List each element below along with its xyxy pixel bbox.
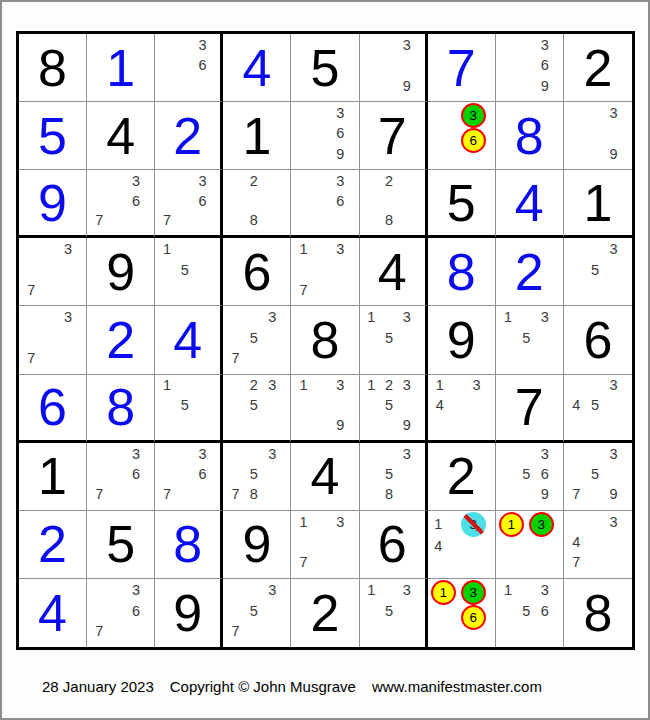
candidate-slot-1: 1 — [363, 376, 381, 396]
candidate-1-circled-yellow: 1 — [499, 512, 524, 537]
cell-r5c9[interactable]: 6 — [564, 306, 632, 374]
candidate-slot-1 — [90, 171, 108, 191]
given-digit: 2 — [583, 42, 612, 94]
candidate-slot-6 — [398, 328, 416, 348]
candidate-slot-7: 7 — [22, 280, 40, 300]
candidate-slot-6 — [604, 260, 623, 280]
cell-r8c7[interactable]: 134 — [428, 511, 496, 579]
candidate-5: 5 — [591, 467, 599, 482]
candidate-slot-6 — [263, 191, 281, 211]
candidate-3: 3 — [132, 447, 140, 462]
candidate-3: 3 — [268, 378, 276, 393]
candidate-slot-9 — [331, 211, 349, 231]
candidate-grid: 357 — [226, 307, 281, 368]
candidate-slot-1: 1 — [294, 376, 312, 396]
candidate-slot-7: 7 — [567, 553, 586, 573]
cell-r2c4[interactable]: 1 — [223, 102, 291, 170]
cell-r2c1[interactable]: 5 — [19, 102, 87, 170]
cell-r8c2[interactable]: 5 — [87, 511, 155, 579]
candidate-slot-5: 5 — [245, 328, 263, 348]
candidate-slot-1 — [567, 376, 586, 396]
candidate-slot-7 — [363, 76, 381, 96]
candidate-1: 1 — [163, 242, 171, 257]
candidate-slot-4 — [158, 260, 176, 280]
cell-r4c9[interactable]: 35 — [564, 238, 632, 306]
given-digit: 4 — [106, 110, 135, 162]
candidate-slot-8 — [446, 153, 461, 164]
candidate-slot-4 — [158, 464, 176, 484]
candidate-slot-3: 3 — [398, 35, 416, 55]
candidate-slot-3: 3 — [461, 103, 486, 128]
candidate-slot-4 — [226, 395, 244, 415]
candidate-slot-9 — [59, 348, 77, 368]
candidate-3: 3 — [132, 583, 140, 598]
candidate-slot-3 — [194, 376, 212, 396]
candidate-slot-5 — [176, 464, 194, 484]
cell-r5c4[interactable]: 357 — [223, 306, 291, 374]
candidate-slot-2: 2 — [245, 376, 263, 396]
candidate-slot-6: 6 — [331, 123, 349, 143]
cell-r7c1[interactable]: 1 — [19, 443, 87, 511]
candidate-5: 5 — [250, 604, 258, 619]
cell-r6c1[interactable]: 6 — [19, 375, 87, 443]
candidate-slot-5 — [40, 328, 58, 348]
candidate-slot-3: 3 — [127, 444, 145, 464]
solved-digit: 4 — [38, 587, 67, 639]
candidate-slot-6 — [604, 532, 623, 552]
cell-r3c2[interactable]: 367 — [87, 170, 155, 238]
candidate-grid: 1356 — [499, 580, 554, 642]
candidate-slot-5: 5 — [586, 395, 605, 415]
candidate-5: 5 — [250, 331, 258, 346]
candidate-slot-3: 3 — [536, 444, 554, 464]
cell-r4c6[interactable]: 4 — [360, 238, 428, 306]
candidate-slot-8 — [380, 76, 398, 96]
candidate-grid: 137 — [294, 239, 349, 300]
candidate-slot-2 — [586, 376, 605, 396]
candidate-slot-3: 3 — [263, 307, 281, 327]
candidate-slot-5 — [40, 260, 58, 280]
cell-r4c7[interactable]: 8 — [428, 238, 496, 306]
candidate-slot-2 — [517, 307, 535, 327]
candidate-slot-9 — [604, 280, 623, 300]
cell-r9c9[interactable]: 8 — [564, 579, 632, 647]
cell-r4c4[interactable]: 6 — [223, 238, 291, 306]
candidate-slot-3: 3 — [398, 376, 416, 396]
cell-r6c2[interactable]: 8 — [87, 375, 155, 443]
candidate-slot-8 — [517, 484, 535, 504]
candidate-slot-9 — [536, 621, 554, 642]
cell-r3c3[interactable]: 367 — [155, 170, 223, 238]
candidate-slot-7 — [294, 415, 312, 435]
given-digit: 4 — [311, 450, 340, 502]
candidate-slot-8 — [245, 415, 263, 435]
candidate-slot-3: 3 — [127, 171, 145, 191]
candidate-slot-7 — [294, 144, 312, 164]
cell-r1c3[interactable]: 36 — [155, 34, 223, 102]
candidate-slot-8 — [176, 484, 194, 504]
candidate-slot-9 — [127, 484, 145, 504]
cell-r9c3[interactable]: 9 — [155, 579, 223, 647]
candidate-grid: 135 — [363, 580, 416, 642]
candidate-slot-3: 3 — [59, 239, 77, 259]
cell-r1c2[interactable]: 1 — [87, 34, 155, 102]
solved-digit: 4 — [515, 177, 544, 229]
candidate-slot-8 — [586, 553, 605, 573]
cell-r6c6[interactable]: 12359 — [360, 375, 428, 443]
candidate-slot-1: 1 — [431, 376, 449, 396]
candidate-slot-9: 9 — [398, 76, 416, 96]
candidate-slot-9 — [194, 280, 212, 300]
cell-r4c1[interactable]: 37 — [19, 238, 87, 306]
candidate-slot-8 — [586, 144, 605, 164]
candidate-grid: 37 — [22, 307, 77, 368]
candidate-slot-3: 3 — [461, 512, 486, 537]
candidate-slot-1 — [158, 35, 176, 55]
candidate-slot-1: 1 — [499, 580, 517, 601]
cell-r4c3[interactable]: 15 — [155, 238, 223, 306]
candidate-slot-7: 7 — [294, 553, 312, 573]
given-digit: 6 — [378, 518, 407, 570]
candidate-slot-9: 9 — [331, 415, 349, 435]
cell-r8c1[interactable]: 2 — [19, 511, 87, 579]
candidate-grid: 345 — [567, 376, 623, 435]
cell-r7c2[interactable]: 367 — [87, 443, 155, 511]
candidate-slot-2 — [176, 239, 194, 259]
candidate-slot-2 — [245, 307, 263, 327]
candidate-slot-8 — [245, 348, 263, 368]
candidate-slot-1 — [226, 580, 244, 601]
candidate-slot-2 — [313, 103, 331, 123]
candidate-7: 7 — [300, 555, 308, 570]
given-digit: 9 — [173, 587, 202, 639]
candidate-slot-4 — [499, 601, 517, 622]
candidate-slot-2 — [108, 580, 126, 601]
candidate-grid: 137 — [294, 512, 349, 573]
candidate-1: 1 — [300, 242, 308, 257]
cell-r3c1[interactable]: 9 — [19, 170, 87, 238]
cell-r8c8[interactable]: 13 — [496, 511, 564, 579]
candidate-slot-4 — [226, 464, 244, 484]
solved-digit: 6 — [38, 381, 67, 433]
candidate-slot-1 — [90, 444, 108, 464]
solved-digit: 2 — [515, 246, 544, 298]
cell-r6c9[interactable]: 345 — [564, 375, 632, 443]
candidate-slot-8: 8 — [245, 211, 263, 231]
cell-r2c7[interactable]: 36 — [428, 102, 496, 170]
candidate-slot-3: 3 — [604, 376, 623, 396]
candidate-8: 8 — [385, 487, 393, 502]
candidate-slot-5 — [449, 395, 467, 415]
candidate-slot-9 — [461, 555, 486, 573]
cell-r7c8[interactable]: 3569 — [496, 443, 564, 511]
candidate-slot-4 — [22, 328, 40, 348]
candidate-slot-4 — [158, 55, 176, 75]
candidate-slot-1 — [567, 239, 586, 259]
candidate-slot-4 — [363, 328, 381, 348]
candidate-slot-9 — [263, 621, 281, 642]
candidate-slot-9: 9 — [604, 144, 623, 164]
cell-r5c1[interactable]: 37 — [19, 306, 87, 374]
candidate-slot-8 — [586, 484, 605, 504]
candidate-1: 1 — [300, 378, 308, 393]
candidate-slot-2 — [449, 376, 467, 396]
cell-r3c7[interactable]: 5 — [428, 170, 496, 238]
candidate-9: 9 — [541, 487, 549, 502]
candidate-slot-4 — [158, 395, 176, 415]
given-digit: 1 — [583, 177, 612, 229]
candidate-6: 6 — [336, 194, 344, 209]
cell-r2c3[interactable]: 2 — [155, 102, 223, 170]
footer-caption: 28 January 2023 Copyright © John Musgrav… — [42, 678, 542, 695]
candidate-slot-4 — [567, 464, 586, 484]
candidate-6: 6 — [198, 58, 206, 73]
cell-r6c8[interactable]: 7 — [496, 375, 564, 443]
cell-r3c6[interactable]: 28 — [360, 170, 428, 238]
candidate-slot-6 — [529, 537, 554, 555]
candidate-slot-6: 6 — [127, 464, 145, 484]
candidate-slot-5: 5 — [380, 395, 398, 415]
candidate-slot-9 — [461, 153, 486, 164]
cell-r8c5[interactable]: 137 — [291, 511, 359, 579]
candidate-3-circled-green: 3 — [461, 580, 486, 605]
cell-r5c3[interactable]: 4 — [155, 306, 223, 374]
candidate-slot-5 — [313, 191, 331, 211]
candidate-slot-2 — [517, 580, 535, 601]
candidate-slot-5: 5 — [380, 464, 398, 484]
candidate-slot-9 — [263, 211, 281, 231]
candidate-slot-6: 6 — [536, 55, 554, 75]
candidate-slot-6 — [331, 532, 349, 552]
cell-r8c6[interactable]: 6 — [360, 511, 428, 579]
cell-r9c8[interactable]: 1356 — [496, 579, 564, 647]
candidate-slot-1: 1 — [431, 580, 456, 605]
candidate-7: 7 — [231, 351, 239, 366]
candidate-slot-3: 3 — [194, 444, 212, 464]
cell-r8c3[interactable]: 8 — [155, 511, 223, 579]
candidate-slot-4 — [226, 601, 244, 622]
candidate-3: 3 — [336, 106, 344, 121]
candidate-1: 1 — [434, 517, 442, 532]
cell-r6c5[interactable]: 139 — [291, 375, 359, 443]
candidate-slot-6 — [604, 123, 623, 143]
candidate-2: 2 — [250, 174, 258, 189]
cell-r3c8[interactable]: 4 — [496, 170, 564, 238]
given-digit: 5 — [311, 42, 340, 94]
candidate-slot-3: 3 — [536, 35, 554, 55]
cell-r9c2[interactable]: 367 — [87, 579, 155, 647]
candidate-slot-7 — [431, 153, 446, 164]
candidate-3: 3 — [198, 174, 206, 189]
cell-r9c4[interactable]: 357 — [223, 579, 291, 647]
candidate-slot-1: 1 — [499, 512, 524, 537]
cell-r1c8[interactable]: 369 — [496, 34, 564, 102]
candidate-slot-1 — [226, 376, 244, 396]
cell-r8c9[interactable]: 347 — [564, 511, 632, 579]
candidate-slot-8 — [108, 484, 126, 504]
cell-r2c2[interactable]: 4 — [87, 102, 155, 170]
cell-r9c1[interactable]: 4 — [19, 579, 87, 647]
candidate-grid: 367 — [158, 444, 211, 505]
cell-r7c4[interactable]: 3578 — [223, 443, 291, 511]
cell-r6c4[interactable]: 235 — [223, 375, 291, 443]
candidate-grid: 358 — [363, 444, 416, 505]
candidate-3: 3 — [336, 515, 344, 530]
cell-r7c6[interactable]: 358 — [360, 443, 428, 511]
candidate-slot-2 — [380, 307, 398, 327]
candidate-7: 7 — [95, 213, 103, 228]
candidate-slot-5 — [586, 532, 605, 552]
candidate-slot-4 — [226, 328, 244, 348]
candidate-5: 5 — [591, 398, 599, 413]
candidate-slot-3: 3 — [194, 171, 212, 191]
candidate-slot-2 — [245, 444, 263, 464]
cell-r2c9[interactable]: 39 — [564, 102, 632, 170]
candidate-slot-8 — [517, 76, 535, 96]
cell-r5c5[interactable]: 8 — [291, 306, 359, 374]
cell-r4c5[interactable]: 137 — [291, 238, 359, 306]
candidate-slot-7 — [226, 415, 244, 435]
candidate-slot-3: 3 — [263, 376, 281, 396]
candidate-slot-8 — [176, 211, 194, 231]
candidate-slot-4 — [431, 128, 446, 153]
cell-r7c9[interactable]: 3579 — [564, 443, 632, 511]
candidate-slot-4 — [431, 605, 456, 630]
candidate-slot-1 — [363, 171, 381, 191]
candidate-slot-7 — [499, 621, 517, 642]
candidate-1: 1 — [367, 378, 375, 393]
candidate-3: 3 — [610, 515, 618, 530]
candidate-1: 1 — [163, 378, 171, 393]
candidate-slot-1 — [567, 444, 586, 464]
cell-r2c5[interactable]: 369 — [291, 102, 359, 170]
candidate-slot-5 — [517, 55, 535, 75]
candidate-3: 3 — [403, 378, 411, 393]
candidate-slot-4 — [499, 464, 517, 484]
candidate-slot-4 — [499, 55, 517, 75]
cell-r4c8[interactable]: 2 — [496, 238, 564, 306]
cell-r2c8[interactable]: 8 — [496, 102, 564, 170]
candidate-slot-6 — [398, 601, 416, 622]
candidate-slot-2: 2 — [380, 171, 398, 191]
cell-r1c5[interactable]: 5 — [291, 34, 359, 102]
cell-r9c7[interactable]: 136 — [428, 579, 496, 647]
candidate-slot-1 — [567, 103, 586, 123]
cell-r5c7[interactable]: 9 — [428, 306, 496, 374]
candidate-slot-3: 3 — [59, 307, 77, 327]
cell-r4c2[interactable]: 9 — [87, 238, 155, 306]
candidate-9: 9 — [610, 147, 618, 162]
candidate-slot-2 — [245, 580, 263, 601]
solved-digit: 2 — [173, 110, 202, 162]
candidate-7: 7 — [572, 555, 580, 570]
candidate-slot-6 — [398, 55, 416, 75]
cell-r5c8[interactable]: 135 — [496, 306, 564, 374]
cell-r6c3[interactable]: 15 — [155, 375, 223, 443]
candidate-slot-9: 9 — [604, 484, 623, 504]
candidate-slot-3: 3 — [263, 444, 281, 464]
candidate-slot-2 — [176, 376, 194, 396]
candidate-3: 3 — [610, 106, 618, 121]
candidate-slot-5 — [108, 191, 126, 211]
candidate-grid: 139 — [294, 376, 349, 435]
candidate-slot-4 — [294, 123, 312, 143]
candidate-slot-5 — [313, 532, 331, 552]
candidate-7: 7 — [27, 283, 35, 298]
candidate-slot-5: 5 — [380, 601, 398, 622]
candidate-3: 3 — [268, 310, 276, 325]
cell-r7c5[interactable]: 4 — [291, 443, 359, 511]
cell-r2c6[interactable]: 7 — [360, 102, 428, 170]
cell-r1c7[interactable]: 7 — [428, 34, 496, 102]
cell-r9c6[interactable]: 135 — [360, 579, 428, 647]
candidate-slot-2 — [586, 512, 605, 532]
candidate-slot-5 — [313, 395, 331, 415]
candidate-slot-1 — [22, 239, 40, 259]
candidate-slot-7: 7 — [294, 280, 312, 300]
candidate-grid: 37 — [22, 239, 77, 300]
candidate-slot-6 — [398, 191, 416, 211]
cell-r6c7[interactable]: 134 — [428, 375, 496, 443]
given-digit: 4 — [378, 246, 407, 298]
cell-r5c6[interactable]: 135 — [360, 306, 428, 374]
candidate-9: 9 — [541, 79, 549, 94]
cell-r3c5[interactable]: 36 — [291, 170, 359, 238]
candidate-slot-8 — [380, 348, 398, 368]
candidate-5: 5 — [250, 398, 258, 413]
cell-r3c9[interactable]: 1 — [564, 170, 632, 238]
cell-r7c7[interactable]: 2 — [428, 443, 496, 511]
candidate-7: 7 — [572, 487, 580, 502]
candidate-7: 7 — [95, 487, 103, 502]
candidate-slot-2 — [313, 239, 331, 259]
candidate-slot-7 — [499, 348, 517, 368]
candidate-slot-9 — [194, 211, 212, 231]
cell-r3c4[interactable]: 28 — [223, 170, 291, 238]
given-digit: 2 — [447, 450, 476, 502]
candidate-3: 3 — [610, 378, 618, 393]
cell-r1c4[interactable]: 4 — [223, 34, 291, 102]
candidate-slot-4 — [294, 191, 312, 211]
candidate-slot-1: 1 — [294, 239, 312, 259]
candidate-slot-2 — [517, 444, 535, 464]
candidate-slot-4 — [499, 328, 517, 348]
candidate-slot-1 — [158, 444, 176, 464]
cell-r9c5[interactable]: 2 — [291, 579, 359, 647]
cell-r7c3[interactable]: 367 — [155, 443, 223, 511]
candidate-slot-6 — [331, 395, 349, 415]
cell-r1c1[interactable]: 8 — [19, 34, 87, 102]
candidate-slot-8 — [586, 280, 605, 300]
candidate-slot-8 — [313, 211, 331, 231]
candidate-slot-3: 3 — [331, 103, 349, 123]
cell-r5c2[interactable]: 2 — [87, 306, 155, 374]
candidate-slot-5 — [380, 191, 398, 211]
cell-r1c6[interactable]: 39 — [360, 34, 428, 102]
candidate-slot-7 — [363, 211, 381, 231]
cell-r1c9[interactable]: 2 — [564, 34, 632, 102]
candidate-4: 4 — [434, 539, 442, 554]
given-digit: 5 — [106, 518, 135, 570]
candidate-slot-4: 4 — [431, 537, 446, 555]
cell-r8c4[interactable]: 9 — [223, 511, 291, 579]
candidate-slot-1: 1 — [294, 512, 312, 532]
footer-url: www.manifestmaster.com — [372, 678, 542, 695]
candidate-slot-4 — [363, 464, 381, 484]
candidate-slot-7 — [294, 211, 312, 231]
candidate-slot-3: 3 — [331, 512, 349, 532]
given-digit: 7 — [378, 110, 407, 162]
